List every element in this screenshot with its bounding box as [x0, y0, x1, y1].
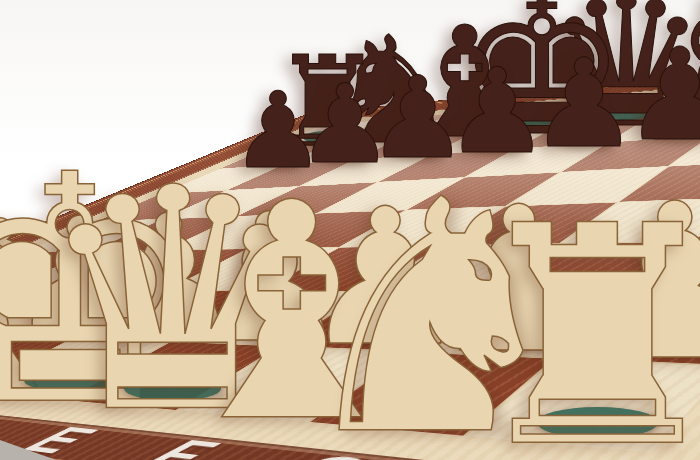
chess-board: ABCDEFGH — [0, 33, 700, 460]
board-grid — [0, 64, 700, 452]
chess-set-photo-stage: ABCDEFGH ♜♞♝♚♛♝♞♜♟♟♟♟♟♟♟♟♟♟♟♟♟♟♟♟♜♞♝♚♛♝♞… — [0, 0, 700, 460]
